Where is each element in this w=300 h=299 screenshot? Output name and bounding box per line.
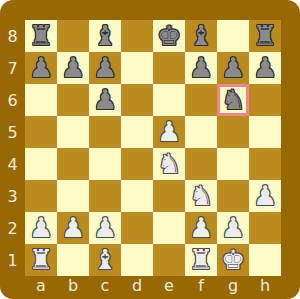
piece-black-knight-g6[interactable]: ♞ bbox=[221, 86, 245, 113]
board: ♜♝♚♝♜♟♟♟♟♟♟♟♞♟♞♞♟♟♟♟♟♟♜♝♜♚ bbox=[25, 20, 281, 276]
file-labels: abcdefgh bbox=[25, 276, 281, 299]
piece-white-pawn-a2[interactable]: ♟ bbox=[29, 214, 53, 241]
square-f8[interactable]: ♝ bbox=[185, 20, 217, 52]
square-b8[interactable] bbox=[57, 20, 89, 52]
square-b2[interactable]: ♟ bbox=[57, 212, 89, 244]
rank-label-2: 2 bbox=[0, 212, 25, 244]
square-d7[interactable] bbox=[121, 52, 153, 84]
file-label-a: a bbox=[25, 276, 57, 299]
square-b6[interactable] bbox=[57, 84, 89, 116]
piece-white-pawn-g2[interactable]: ♟ bbox=[221, 214, 245, 241]
piece-black-pawn-c7[interactable]: ♟ bbox=[93, 54, 117, 81]
square-g2[interactable]: ♟ bbox=[217, 212, 249, 244]
square-g1[interactable]: ♚ bbox=[217, 244, 249, 276]
square-b3[interactable] bbox=[57, 180, 89, 212]
rank-label-6: 6 bbox=[0, 84, 25, 116]
square-h4[interactable] bbox=[249, 148, 281, 180]
square-e3[interactable] bbox=[153, 180, 185, 212]
square-g6[interactable]: ♞ bbox=[217, 84, 249, 116]
piece-white-rook-f1[interactable]: ♜ bbox=[189, 246, 213, 273]
square-e2[interactable] bbox=[153, 212, 185, 244]
piece-black-rook-h8[interactable]: ♜ bbox=[253, 22, 277, 49]
rank-label-5: 5 bbox=[0, 116, 25, 148]
square-c6[interactable]: ♟ bbox=[89, 84, 121, 116]
square-e4[interactable]: ♞ bbox=[153, 148, 185, 180]
square-a6[interactable] bbox=[25, 84, 57, 116]
square-h7[interactable]: ♟ bbox=[249, 52, 281, 84]
square-b5[interactable] bbox=[57, 116, 89, 148]
square-f3[interactable]: ♞ bbox=[185, 180, 217, 212]
square-d2[interactable] bbox=[121, 212, 153, 244]
square-c2[interactable]: ♟ bbox=[89, 212, 121, 244]
square-h5[interactable] bbox=[249, 116, 281, 148]
square-b4[interactable] bbox=[57, 148, 89, 180]
piece-white-pawn-c2[interactable]: ♟ bbox=[93, 214, 117, 241]
square-g3[interactable] bbox=[217, 180, 249, 212]
square-f1[interactable]: ♜ bbox=[185, 244, 217, 276]
file-label-b: b bbox=[57, 276, 89, 299]
file-label-e: e bbox=[153, 276, 185, 299]
square-a2[interactable]: ♟ bbox=[25, 212, 57, 244]
square-g4[interactable] bbox=[217, 148, 249, 180]
square-d4[interactable] bbox=[121, 148, 153, 180]
square-g8[interactable] bbox=[217, 20, 249, 52]
square-f5[interactable] bbox=[185, 116, 217, 148]
rank-label-3: 3 bbox=[0, 180, 25, 212]
piece-black-pawn-g7[interactable]: ♟ bbox=[221, 54, 245, 81]
square-d3[interactable] bbox=[121, 180, 153, 212]
square-b7[interactable]: ♟ bbox=[57, 52, 89, 84]
file-label-h: h bbox=[249, 276, 281, 299]
square-c1[interactable]: ♝ bbox=[89, 244, 121, 276]
square-a3[interactable] bbox=[25, 180, 57, 212]
rank-label-1: 1 bbox=[0, 244, 25, 276]
square-c7[interactable]: ♟ bbox=[89, 52, 121, 84]
square-c5[interactable] bbox=[89, 116, 121, 148]
piece-white-pawn-h3[interactable]: ♟ bbox=[253, 182, 277, 209]
square-h3[interactable]: ♟ bbox=[249, 180, 281, 212]
square-d8[interactable] bbox=[121, 20, 153, 52]
piece-white-rook-a1[interactable]: ♜ bbox=[29, 246, 53, 273]
square-e1[interactable] bbox=[153, 244, 185, 276]
chess-board-window: 87654321 abcdefgh ♜♝♚♝♜♟♟♟♟♟♟♟♞♟♞♞♟♟♟♟♟♟… bbox=[0, 0, 300, 299]
piece-black-pawn-h7[interactable]: ♟ bbox=[253, 54, 277, 81]
square-c8[interactable]: ♝ bbox=[89, 20, 121, 52]
piece-black-pawn-f7[interactable]: ♟ bbox=[189, 54, 213, 81]
piece-black-bishop-f8[interactable]: ♝ bbox=[189, 22, 213, 49]
square-d1[interactable] bbox=[121, 244, 153, 276]
square-h2[interactable] bbox=[249, 212, 281, 244]
rank-label-7: 7 bbox=[0, 52, 25, 84]
square-f2[interactable]: ♟ bbox=[185, 212, 217, 244]
rank-label-8: 8 bbox=[0, 20, 25, 52]
piece-black-rook-a8[interactable]: ♜ bbox=[29, 22, 53, 49]
square-a8[interactable]: ♜ bbox=[25, 20, 57, 52]
square-d5[interactable] bbox=[121, 116, 153, 148]
square-g5[interactable] bbox=[217, 116, 249, 148]
piece-white-knight-f3[interactable]: ♞ bbox=[189, 182, 213, 209]
file-label-g: g bbox=[217, 276, 249, 299]
square-f6[interactable] bbox=[185, 84, 217, 116]
square-g7[interactable]: ♟ bbox=[217, 52, 249, 84]
piece-white-pawn-f2[interactable]: ♟ bbox=[189, 214, 213, 241]
square-a5[interactable] bbox=[25, 116, 57, 148]
square-e8[interactable]: ♚ bbox=[153, 20, 185, 52]
square-a1[interactable]: ♜ bbox=[25, 244, 57, 276]
square-d6[interactable] bbox=[121, 84, 153, 116]
piece-black-king-e8[interactable]: ♚ bbox=[157, 22, 181, 49]
square-b1[interactable] bbox=[57, 244, 89, 276]
piece-white-pawn-b2[interactable]: ♟ bbox=[61, 214, 85, 241]
piece-white-bishop-c1[interactable]: ♝ bbox=[93, 246, 117, 273]
square-h8[interactable]: ♜ bbox=[249, 20, 281, 52]
file-label-c: c bbox=[89, 276, 121, 299]
square-h6[interactable] bbox=[249, 84, 281, 116]
square-c4[interactable] bbox=[89, 148, 121, 180]
piece-black-bishop-c8[interactable]: ♝ bbox=[93, 22, 117, 49]
square-f7[interactable]: ♟ bbox=[185, 52, 217, 84]
square-e6[interactable] bbox=[153, 84, 185, 116]
square-a4[interactable] bbox=[25, 148, 57, 180]
square-c3[interactable] bbox=[89, 180, 121, 212]
piece-white-king-g1[interactable]: ♚ bbox=[221, 246, 245, 273]
piece-black-pawn-b7[interactable]: ♟ bbox=[61, 54, 85, 81]
square-f4[interactable] bbox=[185, 148, 217, 180]
rank-labels: 87654321 bbox=[0, 20, 25, 276]
rank-label-4: 4 bbox=[0, 148, 25, 180]
piece-white-pawn-e5[interactable]: ♟ bbox=[157, 118, 181, 145]
piece-black-pawn-a7[interactable]: ♟ bbox=[29, 54, 53, 81]
piece-black-pawn-c6[interactable]: ♟ bbox=[93, 86, 117, 113]
square-e7[interactable] bbox=[153, 52, 185, 84]
piece-white-knight-e4[interactable]: ♞ bbox=[157, 150, 181, 177]
square-h1[interactable] bbox=[249, 244, 281, 276]
square-e5[interactable]: ♟ bbox=[153, 116, 185, 148]
square-a7[interactable]: ♟ bbox=[25, 52, 57, 84]
file-label-f: f bbox=[185, 276, 217, 299]
file-label-d: d bbox=[121, 276, 153, 299]
